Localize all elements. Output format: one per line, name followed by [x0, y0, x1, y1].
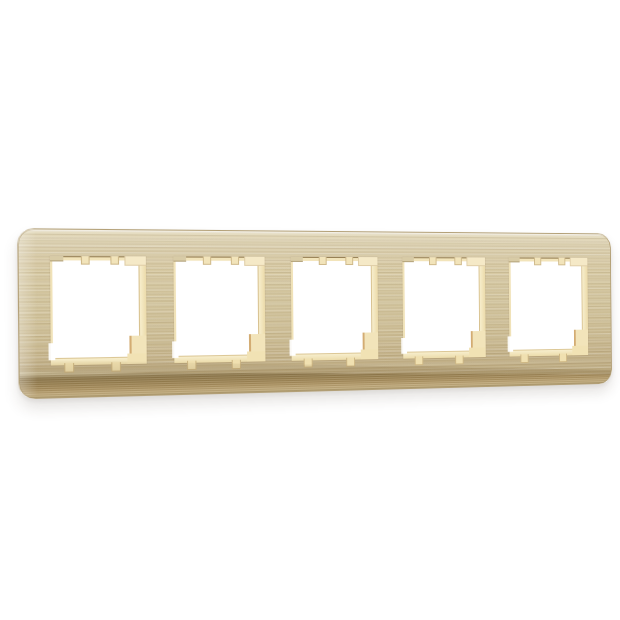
frame-window-opening [291, 257, 379, 361]
mounting-tab-right [471, 331, 486, 349]
wall-frame [17, 228, 612, 399]
mounting-tab-bottom-2 [346, 358, 355, 367]
mounting-tab-bottom-2 [559, 354, 567, 363]
mounting-tab-top-1 [81, 256, 90, 264]
mounting-tab-top-2 [454, 257, 462, 265]
mounting-tab-right [129, 336, 146, 355]
mounting-tab-right [363, 332, 379, 350]
mounting-tab-top-2 [345, 257, 353, 265]
liner-corner-top-right [244, 257, 264, 266]
liner-corner-bottom-right [469, 347, 486, 357]
top-edge-highlight [21, 229, 609, 237]
top-left-step [50, 256, 63, 261]
notch-left [403, 338, 407, 354]
openings-row [19, 256, 611, 366]
mounting-tab-right [249, 334, 265, 353]
mounting-tab-right [574, 330, 588, 347]
mounting-tab-bottom-1 [415, 356, 424, 365]
frame-window-opening [173, 256, 265, 363]
notch-left [51, 343, 56, 360]
mounting-tab-top-1 [203, 257, 211, 265]
notch-left [509, 336, 513, 351]
liner-corner-bottom-right [361, 349, 379, 359]
mounting-tab-top-2 [110, 256, 119, 264]
top-left-step [509, 258, 520, 263]
frame-window-opening [50, 256, 147, 365]
mounting-tab-bottom-1 [520, 354, 528, 363]
liner-corner-bottom-right [572, 346, 588, 356]
notch-left [292, 340, 296, 356]
liner-corner-top-right [358, 257, 377, 266]
liner-corner-top-right [466, 257, 485, 266]
mounting-tab-bottom-2 [455, 356, 463, 365]
top-left-step [402, 257, 413, 262]
liner-corner-top-right [570, 258, 588, 267]
frame-window-opening [402, 257, 485, 358]
liner-corner-top-right [124, 256, 146, 265]
mounting-tab-top-1 [319, 257, 327, 265]
notch-left [174, 341, 178, 358]
frame-face [17, 228, 612, 399]
mounting-tab-top-1 [534, 258, 541, 266]
mounting-tab-top-2 [231, 257, 239, 265]
top-left-step [173, 256, 186, 261]
liner-corner-bottom-right [247, 351, 265, 362]
left-edge-highlight [18, 231, 37, 396]
mounting-tab-top-1 [429, 257, 437, 265]
mounting-tab-top-2 [558, 258, 565, 266]
product-photo [0, 0, 620, 620]
top-left-step [291, 257, 303, 262]
frame-window-opening [509, 258, 589, 357]
